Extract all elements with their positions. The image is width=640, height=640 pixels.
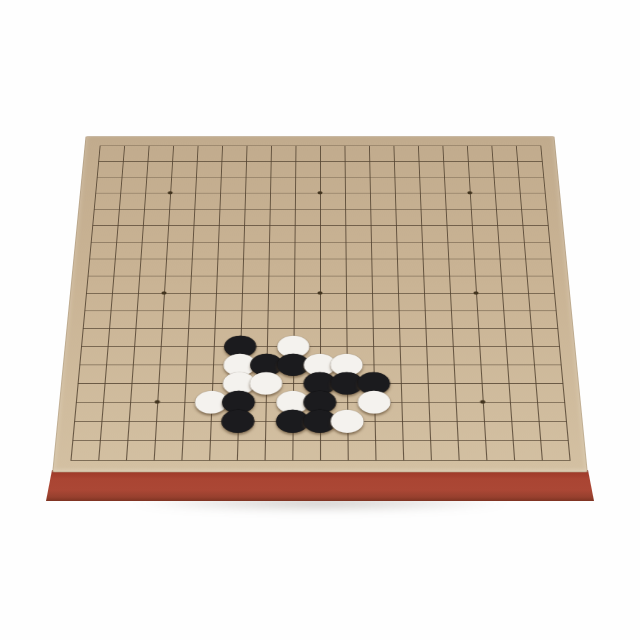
stones-layer: ●●●●●●●●●●●●●●●●●●●●● <box>56 138 585 470</box>
stone-black: ● <box>224 409 252 428</box>
stone-white: ● <box>334 409 361 428</box>
go-board: ●●●●●●●●●●●●●●●●●●●●● <box>52 136 588 472</box>
board-scene: ●●●●●●●●●●●●●●●●●●●●● <box>0 0 640 640</box>
product-photo: ●●●●●●●●●●●●●●●●●●●●● <box>0 0 640 640</box>
